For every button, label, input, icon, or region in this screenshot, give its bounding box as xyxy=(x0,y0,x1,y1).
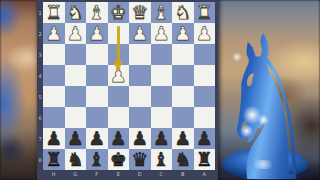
square-b4[interactable] xyxy=(172,65,194,86)
square-h8[interactable]: ♜ xyxy=(43,149,65,170)
square-b1[interactable]: ♞ xyxy=(172,2,194,23)
decorative-blue-knight-icon: ♞ xyxy=(220,10,313,180)
square-a8[interactable]: ♜ xyxy=(194,149,216,170)
square-h5[interactable] xyxy=(43,86,65,107)
black-king[interactable]: ♚ xyxy=(110,149,127,170)
chess-board: 12345678 ♜♞♝♚♛♝♞♜♟♟♟♟♟♟♟♟♟♟♟♟♟♟♟♟♜♞♝♚♛♝♞… xyxy=(37,0,218,180)
black-queen[interactable]: ♛ xyxy=(131,149,148,170)
black-pawn[interactable]: ♟ xyxy=(153,128,170,149)
file-label-g: G xyxy=(65,171,87,179)
square-d3[interactable] xyxy=(129,44,151,65)
square-b8[interactable]: ♞ xyxy=(172,149,194,170)
square-f1[interactable]: ♝ xyxy=(86,2,108,23)
square-h3[interactable] xyxy=(43,44,65,65)
white-king[interactable]: ♚ xyxy=(110,2,127,23)
black-pawn[interactable]: ♟ xyxy=(196,128,213,149)
square-c1[interactable]: ♝ xyxy=(151,2,173,23)
square-c4[interactable] xyxy=(151,65,173,86)
white-pawn[interactable]: ♟ xyxy=(45,23,62,44)
square-b7[interactable]: ♟ xyxy=(172,128,194,149)
square-g6[interactable] xyxy=(65,107,87,128)
square-b5[interactable] xyxy=(172,86,194,107)
square-g4[interactable] xyxy=(65,65,87,86)
square-c2[interactable]: ♟ xyxy=(151,23,173,44)
black-pawn[interactable]: ♟ xyxy=(88,128,105,149)
square-d2[interactable]: ♟ xyxy=(129,23,151,44)
file-label-a: A xyxy=(194,171,216,179)
square-d6[interactable] xyxy=(129,107,151,128)
board-grid: ♜♞♝♚♛♝♞♜♟♟♟♟♟♟♟♟♟♟♟♟♟♟♟♟♜♞♝♚♛♝♞♜ xyxy=(43,2,215,170)
black-knight[interactable]: ♞ xyxy=(174,149,191,170)
square-c7[interactable]: ♟ xyxy=(151,128,173,149)
white-pawn[interactable]: ♟ xyxy=(131,23,148,44)
specular-highlight xyxy=(250,160,276,169)
white-pawn[interactable]: ♟ xyxy=(67,23,84,44)
square-e7[interactable]: ♟ xyxy=(108,128,130,149)
specular-highlight xyxy=(232,52,242,62)
square-e6[interactable] xyxy=(108,107,130,128)
square-a1[interactable]: ♜ xyxy=(194,2,216,23)
black-pawn[interactable]: ♟ xyxy=(45,128,62,149)
black-pawn[interactable]: ♟ xyxy=(110,128,127,149)
square-g1[interactable]: ♞ xyxy=(65,2,87,23)
white-pawn[interactable]: ♟ xyxy=(88,23,105,44)
square-e1[interactable]: ♚ xyxy=(108,2,130,23)
square-a3[interactable] xyxy=(194,44,216,65)
square-h7[interactable]: ♟ xyxy=(43,128,65,149)
square-f8[interactable]: ♝ xyxy=(86,149,108,170)
square-g7[interactable]: ♟ xyxy=(65,128,87,149)
file-label-h: H xyxy=(43,171,65,179)
file-labels: HGFEDCBA xyxy=(43,171,215,179)
file-label-e: E xyxy=(108,171,130,179)
white-bishop[interactable]: ♝ xyxy=(153,2,170,23)
square-f3[interactable] xyxy=(86,44,108,65)
square-f7[interactable]: ♟ xyxy=(86,128,108,149)
white-knight[interactable]: ♞ xyxy=(174,2,191,23)
white-queen[interactable]: ♛ xyxy=(131,2,148,23)
black-pawn[interactable]: ♟ xyxy=(131,128,148,149)
square-a7[interactable]: ♟ xyxy=(194,128,216,149)
file-label-d: D xyxy=(129,171,151,179)
square-c3[interactable] xyxy=(151,44,173,65)
black-bishop[interactable]: ♝ xyxy=(88,149,105,170)
square-h2[interactable]: ♟ xyxy=(43,23,65,44)
square-h6[interactable] xyxy=(43,107,65,128)
square-c5[interactable] xyxy=(151,86,173,107)
square-a5[interactable] xyxy=(194,86,216,107)
square-a2[interactable]: ♟ xyxy=(194,23,216,44)
square-d8[interactable]: ♛ xyxy=(129,149,151,170)
square-c8[interactable]: ♝ xyxy=(151,149,173,170)
square-b3[interactable] xyxy=(172,44,194,65)
square-c6[interactable] xyxy=(151,107,173,128)
black-rook[interactable]: ♜ xyxy=(45,149,62,170)
background-photo-left xyxy=(0,0,40,180)
file-label-f: F xyxy=(86,171,108,179)
square-e8[interactable]: ♚ xyxy=(108,149,130,170)
square-b6[interactable] xyxy=(172,107,194,128)
square-g5[interactable] xyxy=(65,86,87,107)
square-h1[interactable]: ♜ xyxy=(43,2,65,23)
specular-highlight xyxy=(240,124,253,138)
black-bishop[interactable]: ♝ xyxy=(153,149,170,170)
white-knight[interactable]: ♞ xyxy=(67,2,84,23)
square-f5[interactable] xyxy=(86,86,108,107)
square-f6[interactable] xyxy=(86,107,108,128)
white-rook[interactable]: ♜ xyxy=(196,2,213,23)
white-pawn[interactable]: ♟ xyxy=(174,23,191,44)
square-b2[interactable]: ♟ xyxy=(172,23,194,44)
square-d4[interactable] xyxy=(129,65,151,86)
white-pawn[interactable]: ♟ xyxy=(196,23,213,44)
square-g2[interactable]: ♟ xyxy=(65,23,87,44)
square-f2[interactable]: ♟ xyxy=(86,23,108,44)
square-d5[interactable] xyxy=(129,86,151,107)
square-g8[interactable]: ♞ xyxy=(65,149,87,170)
square-g3[interactable] xyxy=(65,44,87,65)
white-bishop[interactable]: ♝ xyxy=(88,2,105,23)
square-e5[interactable] xyxy=(108,86,130,107)
square-d7[interactable]: ♟ xyxy=(129,128,151,149)
white-rook[interactable]: ♜ xyxy=(45,2,62,23)
white-pawn[interactable]: ♟ xyxy=(153,23,170,44)
black-pawn[interactable]: ♟ xyxy=(174,128,191,149)
move-arrow-shaft xyxy=(117,26,120,62)
square-d1[interactable]: ♛ xyxy=(129,2,151,23)
screenshot-stage: ♞ 12345678 ♜♞♝♚♛♝♞♜♟♟♟♟♟♟♟♟♟♟♟♟♟♟♟♟♜♞♝♚♛… xyxy=(0,0,320,180)
file-label-c: C xyxy=(151,171,173,179)
black-pawn[interactable]: ♟ xyxy=(67,128,84,149)
square-f4[interactable] xyxy=(86,65,108,86)
specular-highlight xyxy=(258,114,269,126)
black-rook[interactable]: ♜ xyxy=(196,149,213,170)
black-knight[interactable]: ♞ xyxy=(67,149,84,170)
file-label-b: B xyxy=(172,171,194,179)
square-a6[interactable] xyxy=(194,107,216,128)
square-h4[interactable] xyxy=(43,65,65,86)
square-a4[interactable] xyxy=(194,65,216,86)
move-arrow-head xyxy=(113,61,123,72)
